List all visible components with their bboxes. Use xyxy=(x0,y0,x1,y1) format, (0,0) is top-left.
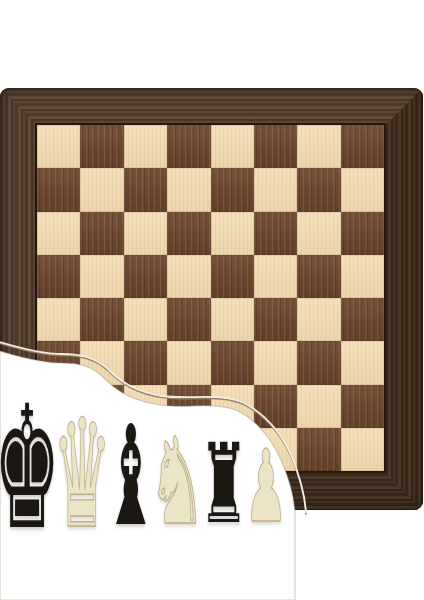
board-square xyxy=(37,212,80,255)
board-square xyxy=(341,385,384,428)
board-square xyxy=(80,168,123,211)
board-square xyxy=(167,298,210,341)
board-square xyxy=(37,168,80,211)
board-square xyxy=(167,125,210,168)
board-square xyxy=(211,341,254,384)
board-square xyxy=(37,298,80,341)
board-square xyxy=(124,298,167,341)
board-square xyxy=(37,255,80,298)
board-square xyxy=(254,385,297,428)
board-square xyxy=(37,125,80,168)
board-square xyxy=(37,385,80,428)
board-square xyxy=(80,385,123,428)
board-square xyxy=(297,255,340,298)
board-square xyxy=(297,341,340,384)
board-square xyxy=(341,298,384,341)
board-square xyxy=(80,298,123,341)
board-square xyxy=(211,298,254,341)
board-square xyxy=(37,341,80,384)
board-square xyxy=(211,125,254,168)
product-image: ♚♛♝♞♜♟ xyxy=(0,0,424,600)
board-square xyxy=(254,168,297,211)
board-square xyxy=(211,212,254,255)
board-square xyxy=(297,385,340,428)
board-square xyxy=(211,255,254,298)
board-square xyxy=(80,428,123,471)
board-square xyxy=(167,341,210,384)
board-square xyxy=(167,428,210,471)
board-square xyxy=(254,255,297,298)
board-square xyxy=(297,125,340,168)
board-square xyxy=(341,255,384,298)
board-square xyxy=(124,428,167,471)
board-square xyxy=(211,385,254,428)
board-square xyxy=(80,212,123,255)
board-square xyxy=(254,298,297,341)
board-square xyxy=(297,428,340,471)
board-square xyxy=(80,125,123,168)
board-square xyxy=(297,212,340,255)
board-square xyxy=(124,125,167,168)
board-square xyxy=(80,255,123,298)
board-square xyxy=(124,212,167,255)
board-grid xyxy=(37,125,384,471)
board-square xyxy=(254,428,297,471)
board-square xyxy=(341,212,384,255)
board-square xyxy=(167,255,210,298)
board-square xyxy=(167,385,210,428)
playing-area xyxy=(35,123,386,473)
chess-board xyxy=(0,88,423,510)
board-square xyxy=(297,298,340,341)
board-square xyxy=(167,212,210,255)
board-square xyxy=(124,255,167,298)
board-square xyxy=(254,212,297,255)
board-square xyxy=(124,385,167,428)
board-square xyxy=(124,168,167,211)
board-square xyxy=(254,341,297,384)
board-square xyxy=(341,168,384,211)
board-square xyxy=(37,428,80,471)
board-square xyxy=(211,168,254,211)
board-square xyxy=(167,168,210,211)
board-square xyxy=(254,125,297,168)
board-square xyxy=(341,341,384,384)
board-square xyxy=(80,341,123,384)
board-square xyxy=(211,428,254,471)
board-square xyxy=(124,341,167,384)
board-square xyxy=(341,428,384,471)
board-square xyxy=(341,125,384,168)
board-square xyxy=(297,168,340,211)
